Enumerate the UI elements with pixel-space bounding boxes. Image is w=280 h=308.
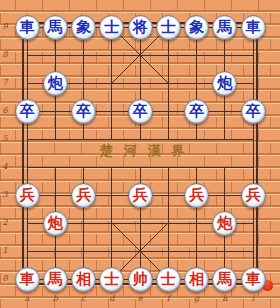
piece-glyph: 馬 <box>48 271 63 286</box>
point-e8[interactable] <box>126 41 154 69</box>
piece-glyph: 馬 <box>217 19 232 34</box>
point-c1[interactable] <box>69 237 97 265</box>
piece-glyph: 士 <box>161 19 176 34</box>
point-g1[interactable] <box>182 237 210 265</box>
file-label: i <box>249 295 257 303</box>
point-i5[interactable] <box>239 125 267 153</box>
piece-black-advisor[interactable]: 士 <box>156 15 181 40</box>
piece-glyph: 兵 <box>189 187 204 202</box>
file-label: a <box>23 295 31 303</box>
point-h9[interactable]: 馬 <box>211 13 239 41</box>
point-h7[interactable]: 炮 <box>211 69 239 97</box>
point-d1[interactable] <box>98 237 126 265</box>
piece-red-advisor[interactable]: 士 <box>156 267 181 292</box>
piece-black-elephant[interactable]: 象 <box>71 15 96 40</box>
piece-black-soldier[interactable]: 卒 <box>128 99 153 124</box>
piece-red-horse[interactable]: 馬 <box>212 267 237 292</box>
board-points-grid: 車馬象士将士象馬車炮炮卒卒卒卒卒兵兵兵兵兵炮炮車馬相士帅士相馬車 <box>13 13 267 293</box>
file-label: h <box>221 295 229 303</box>
xiangqi-board: 楚河漢界 9876543210 abcdefghi 車馬象士将士象馬車炮炮卒卒卒… <box>0 0 280 308</box>
piece-red-cannon[interactable]: 炮 <box>43 211 68 236</box>
point-g3[interactable]: 兵 <box>182 181 210 209</box>
piece-glyph: 卒 <box>76 103 91 118</box>
point-d0[interactable]: 士 <box>98 265 126 293</box>
rank-label: 9 <box>1 23 9 31</box>
point-e1[interactable] <box>126 237 154 265</box>
piece-glyph: 車 <box>20 19 35 34</box>
point-g0[interactable]: 相 <box>182 265 210 293</box>
point-e2[interactable] <box>126 209 154 237</box>
rank-label: 4 <box>1 163 9 171</box>
piece-glyph: 車 <box>20 271 35 286</box>
piece-glyph: 兵 <box>76 187 91 202</box>
point-b3[interactable] <box>41 181 69 209</box>
piece-black-soldier[interactable]: 卒 <box>71 99 96 124</box>
rank-label: 2 <box>1 219 9 227</box>
piece-black-chariot[interactable]: 車 <box>241 15 266 40</box>
piece-glyph: 象 <box>189 19 204 34</box>
rank-label: 1 <box>1 247 9 255</box>
point-e4[interactable] <box>126 153 154 181</box>
file-label: c <box>80 295 88 303</box>
file-label: f <box>164 295 172 303</box>
piece-glyph: 士 <box>104 271 119 286</box>
point-a3[interactable]: 兵 <box>13 181 41 209</box>
piece-red-chariot[interactable]: 車 <box>15 267 40 292</box>
point-i4[interactable] <box>239 153 267 181</box>
piece-glyph: 卒 <box>189 103 204 118</box>
point-d6[interactable] <box>98 97 126 125</box>
piece-red-general[interactable]: 帅 <box>128 267 153 292</box>
point-i3[interactable]: 兵 <box>239 181 267 209</box>
point-a1[interactable] <box>13 237 41 265</box>
rank-label: 0 <box>1 275 9 283</box>
point-b8[interactable] <box>41 41 69 69</box>
point-c3[interactable]: 兵 <box>69 181 97 209</box>
point-g9[interactable]: 象 <box>182 13 210 41</box>
point-c8[interactable] <box>69 41 97 69</box>
point-h0[interactable]: 馬 <box>211 265 239 293</box>
point-e7[interactable] <box>126 69 154 97</box>
point-a4[interactable] <box>13 153 41 181</box>
point-f0[interactable]: 士 <box>154 265 182 293</box>
piece-glyph: 士 <box>161 271 176 286</box>
point-a2[interactable] <box>13 209 41 237</box>
point-b0[interactable]: 馬 <box>41 265 69 293</box>
point-e0[interactable]: 帅 <box>126 265 154 293</box>
piece-glyph: 士 <box>104 19 119 34</box>
point-e6[interactable]: 卒 <box>126 97 154 125</box>
point-c2[interactable] <box>69 209 97 237</box>
point-d4[interactable] <box>98 153 126 181</box>
point-d2[interactable] <box>98 209 126 237</box>
piece-black-soldier[interactable]: 卒 <box>241 99 266 124</box>
point-g2[interactable] <box>182 209 210 237</box>
point-h8[interactable] <box>211 41 239 69</box>
point-h4[interactable] <box>211 153 239 181</box>
point-c4[interactable] <box>69 153 97 181</box>
point-i1[interactable] <box>239 237 267 265</box>
point-d7[interactable] <box>98 69 126 97</box>
rank-label: 3 <box>1 191 9 199</box>
piece-glyph: 相 <box>189 271 204 286</box>
piece-black-chariot[interactable]: 車 <box>15 15 40 40</box>
point-b4[interactable] <box>41 153 69 181</box>
point-c0[interactable]: 相 <box>69 265 97 293</box>
point-i9[interactable]: 車 <box>239 13 267 41</box>
point-g8[interactable] <box>182 41 210 69</box>
piece-black-general[interactable]: 将 <box>128 15 153 40</box>
piece-glyph: 炮 <box>48 215 63 230</box>
point-a8[interactable] <box>13 41 41 69</box>
piece-red-chariot[interactable]: 車 <box>241 267 266 292</box>
point-a7[interactable] <box>13 69 41 97</box>
point-g7[interactable] <box>182 69 210 97</box>
piece-glyph: 卒 <box>246 103 261 118</box>
piece-black-soldier[interactable]: 卒 <box>15 99 40 124</box>
piece-black-advisor[interactable]: 士 <box>99 15 124 40</box>
piece-glyph: 帅 <box>133 271 148 286</box>
point-i0[interactable]: 車 <box>239 265 267 293</box>
file-label: g <box>193 295 201 303</box>
point-b1[interactable] <box>41 237 69 265</box>
piece-red-advisor[interactable]: 士 <box>99 267 124 292</box>
piece-glyph: 車 <box>246 19 261 34</box>
piece-black-elephant[interactable]: 象 <box>184 15 209 40</box>
point-f4[interactable] <box>154 153 182 181</box>
point-f1[interactable] <box>154 237 182 265</box>
piece-red-soldier[interactable]: 兵 <box>71 183 96 208</box>
point-d3[interactable] <box>98 181 126 209</box>
piece-glyph: 象 <box>76 19 91 34</box>
piece-black-cannon[interactable]: 炮 <box>212 71 237 96</box>
point-f8[interactable] <box>154 41 182 69</box>
point-f3[interactable] <box>154 181 182 209</box>
point-i8[interactable] <box>239 41 267 69</box>
point-a5[interactable] <box>13 125 41 153</box>
point-i2[interactable] <box>239 209 267 237</box>
piece-red-cannon[interactable]: 炮 <box>212 211 237 236</box>
piece-red-soldier[interactable]: 兵 <box>128 183 153 208</box>
piece-glyph: 兵 <box>246 187 261 202</box>
piece-glyph: 卒 <box>20 103 35 118</box>
point-a9[interactable]: 車 <box>13 13 41 41</box>
point-b6[interactable] <box>41 97 69 125</box>
point-b7[interactable]: 炮 <box>41 69 69 97</box>
point-d8[interactable] <box>98 41 126 69</box>
piece-red-elephant[interactable]: 相 <box>184 267 209 292</box>
rank-label: 6 <box>1 107 9 115</box>
point-h1[interactable] <box>211 237 239 265</box>
piece-glyph: 兵 <box>20 187 35 202</box>
point-a6[interactable]: 卒 <box>13 97 41 125</box>
point-f7[interactable] <box>154 69 182 97</box>
point-f9[interactable]: 士 <box>154 13 182 41</box>
piece-glyph: 兵 <box>133 187 148 202</box>
point-d5[interactable] <box>98 125 126 153</box>
point-c9[interactable]: 象 <box>69 13 97 41</box>
piece-black-horse[interactable]: 馬 <box>43 15 68 40</box>
point-f5[interactable] <box>154 125 182 153</box>
piece-glyph: 馬 <box>48 19 63 34</box>
point-c7[interactable] <box>69 69 97 97</box>
piece-glyph: 将 <box>133 19 148 34</box>
piece-red-soldier[interactable]: 兵 <box>15 183 40 208</box>
piece-glyph: 炮 <box>217 75 232 90</box>
point-d9[interactable]: 士 <box>98 13 126 41</box>
piece-black-cannon[interactable]: 炮 <box>43 71 68 96</box>
point-b2[interactable]: 炮 <box>41 209 69 237</box>
point-e3[interactable]: 兵 <box>126 181 154 209</box>
piece-glyph: 車 <box>246 271 261 286</box>
point-i6[interactable]: 卒 <box>239 97 267 125</box>
point-g6[interactable]: 卒 <box>182 97 210 125</box>
point-g5[interactable] <box>182 125 210 153</box>
piece-glyph: 卒 <box>133 103 148 118</box>
piece-black-soldier[interactable]: 卒 <box>184 99 209 124</box>
point-b5[interactable] <box>41 125 69 153</box>
piece-black-horse[interactable]: 馬 <box>212 15 237 40</box>
file-label: d <box>108 295 116 303</box>
rank-label: 8 <box>1 51 9 59</box>
point-i7[interactable] <box>239 69 267 97</box>
point-f2[interactable] <box>154 209 182 237</box>
piece-red-horse[interactable]: 馬 <box>43 267 68 292</box>
point-c5[interactable] <box>69 125 97 153</box>
point-a0[interactable]: 車 <box>13 265 41 293</box>
file-label: b <box>51 295 59 303</box>
piece-red-soldier[interactable]: 兵 <box>241 183 266 208</box>
point-h6[interactable] <box>211 97 239 125</box>
point-e9[interactable]: 将 <box>126 13 154 41</box>
piece-red-elephant[interactable]: 相 <box>71 267 96 292</box>
rank-label: 7 <box>1 79 9 87</box>
piece-glyph: 炮 <box>48 75 63 90</box>
point-h2[interactable]: 炮 <box>211 209 239 237</box>
piece-glyph: 馬 <box>217 271 232 286</box>
point-b9[interactable]: 馬 <box>41 13 69 41</box>
point-e5[interactable] <box>126 125 154 153</box>
point-c6[interactable]: 卒 <box>69 97 97 125</box>
piece-red-soldier[interactable]: 兵 <box>184 183 209 208</box>
piece-glyph: 炮 <box>217 215 232 230</box>
file-label: e <box>136 295 144 303</box>
piece-glyph: 相 <box>76 271 91 286</box>
point-h5[interactable] <box>211 125 239 153</box>
point-f6[interactable] <box>154 97 182 125</box>
rank-label: 5 <box>1 135 9 143</box>
point-g4[interactable] <box>182 153 210 181</box>
point-h3[interactable] <box>211 181 239 209</box>
